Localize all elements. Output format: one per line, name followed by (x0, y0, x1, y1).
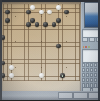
panel-button[interactable] (90, 63, 93, 67)
mini-button[interactable] (82, 37, 88, 42)
control-panel (81, 2, 99, 91)
panel-button[interactable] (82, 73, 85, 77)
white-stone: ○ (39, 10, 44, 15)
panel-button[interactable] (86, 78, 89, 82)
panel-button[interactable] (94, 68, 97, 72)
status-dots (83, 46, 91, 48)
black-stone: ● (26, 22, 31, 27)
panel-button[interactable] (90, 68, 93, 72)
taskbar[interactable] (0, 91, 100, 101)
white-stone: ○ (39, 73, 44, 78)
bezel-left (0, 0, 2, 100)
white-stone: ○ (9, 73, 14, 78)
last-move-marker (62, 75, 64, 77)
go-board[interactable]: ○○○○●●●●●●●●●●●●●○●○○● (2, 2, 81, 91)
bezel-top (0, 0, 100, 2)
panel-button[interactable] (86, 73, 89, 77)
black-stone: ● (60, 73, 65, 78)
star-point (41, 16, 42, 17)
panel-button[interactable] (94, 78, 97, 82)
black-stone: ● (56, 18, 61, 23)
white-stone: ○ (9, 65, 14, 70)
panel-button[interactable] (86, 63, 89, 67)
black-stone: ● (56, 44, 61, 49)
move-list-box[interactable] (82, 49, 99, 63)
status-dot-icon (88, 46, 90, 48)
panel-button[interactable] (82, 63, 85, 67)
panel-button[interactable] (94, 73, 97, 77)
panel-button[interactable] (94, 63, 97, 67)
status-dot-icon (83, 46, 85, 48)
black-stone: ● (43, 22, 48, 27)
panel-button[interactable] (86, 68, 89, 72)
taskbar-button[interactable] (58, 92, 73, 99)
panel-button[interactable] (90, 73, 93, 77)
black-stone: ● (26, 10, 31, 15)
black-stone: ● (5, 10, 10, 15)
black-stone: ● (5, 18, 10, 23)
taskbar-button[interactable] (73, 92, 88, 99)
star-point (41, 67, 42, 68)
mini-button[interactable] (89, 37, 95, 42)
panel-button[interactable] (82, 68, 85, 72)
screen-photo: ○○○○●●●●●●●●●●●●●○●○○● (0, 0, 100, 100)
white-stone: ○ (56, 5, 61, 10)
bezel-right (98, 0, 100, 100)
status-dot-icon (85, 46, 87, 48)
panel-button[interactable] (90, 78, 93, 82)
panel-button[interactable] (82, 78, 85, 82)
